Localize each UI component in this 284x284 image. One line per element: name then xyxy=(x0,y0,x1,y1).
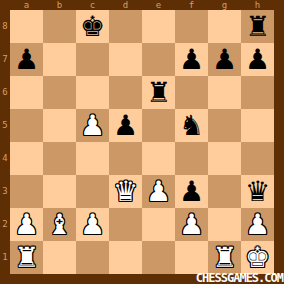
square-d3[interactable]: ♛ xyxy=(109,175,142,208)
square-h2[interactable]: ♟ xyxy=(241,208,274,241)
square-h1[interactable]: ♚ xyxy=(241,241,274,274)
square-e1[interactable] xyxy=(142,241,175,274)
square-a3[interactable] xyxy=(10,175,43,208)
square-d5[interactable]: ♟ xyxy=(109,109,142,142)
black-pawn: ♟ xyxy=(245,43,270,76)
square-h4[interactable] xyxy=(241,142,274,175)
white-bishop: ♝ xyxy=(47,208,72,241)
white-king: ♚ xyxy=(245,241,270,274)
square-c8[interactable]: ♚ xyxy=(76,10,109,43)
black-rook: ♜ xyxy=(146,76,171,109)
square-c2[interactable]: ♟ xyxy=(76,208,109,241)
square-b2[interactable]: ♝ xyxy=(43,208,76,241)
rank-label-5: 5 xyxy=(0,109,10,142)
watermark: CHESSGAMES.COM xyxy=(196,273,283,284)
square-b8[interactable] xyxy=(43,10,76,43)
white-rook: ♜ xyxy=(14,241,39,274)
black-queen: ♛ xyxy=(245,175,270,208)
rank-label-7: 7 xyxy=(0,43,10,76)
square-f4[interactable] xyxy=(175,142,208,175)
rank-label-4: 4 xyxy=(0,142,10,175)
square-b4[interactable] xyxy=(43,142,76,175)
square-f3[interactable]: ♟ xyxy=(175,175,208,208)
square-d1[interactable] xyxy=(109,241,142,274)
black-pawn: ♟ xyxy=(212,43,237,76)
square-g4[interactable] xyxy=(208,142,241,175)
square-h6[interactable] xyxy=(241,76,274,109)
black-king: ♚ xyxy=(80,10,105,43)
square-d7[interactable] xyxy=(109,43,142,76)
rank-label-6: 6 xyxy=(0,76,10,109)
square-g6[interactable] xyxy=(208,76,241,109)
square-d8[interactable] xyxy=(109,10,142,43)
white-pawn: ♟ xyxy=(146,175,171,208)
white-pawn: ♟ xyxy=(80,208,105,241)
black-pawn: ♟ xyxy=(113,109,138,142)
square-f1[interactable] xyxy=(175,241,208,274)
square-a7[interactable]: ♟ xyxy=(10,43,43,76)
square-g3[interactable] xyxy=(208,175,241,208)
black-pawn: ♟ xyxy=(179,175,204,208)
rank-label-2: 2 xyxy=(0,208,10,241)
square-g1[interactable]: ♜ xyxy=(208,241,241,274)
rank-label-3: 3 xyxy=(0,175,10,208)
square-c6[interactable] xyxy=(76,76,109,109)
black-knight: ♞ xyxy=(179,109,204,142)
white-pawn: ♟ xyxy=(245,208,270,241)
square-c5[interactable]: ♟ xyxy=(76,109,109,142)
square-f5[interactable]: ♞ xyxy=(175,109,208,142)
square-e3[interactable]: ♟ xyxy=(142,175,175,208)
square-d6[interactable] xyxy=(109,76,142,109)
rank-label-1: 1 xyxy=(0,241,10,274)
square-b6[interactable] xyxy=(43,76,76,109)
white-queen: ♛ xyxy=(113,175,138,208)
black-pawn: ♟ xyxy=(179,43,204,76)
square-h5[interactable] xyxy=(241,109,274,142)
square-h3[interactable]: ♛ xyxy=(241,175,274,208)
square-e5[interactable] xyxy=(142,109,175,142)
square-f8[interactable] xyxy=(175,10,208,43)
chess-diagram: abcdefgh 87654321 ♚♜♟♟♟♟♜♟♟♞♛♟♟♛♟♝♟♟♟♜♜♚… xyxy=(0,0,284,284)
square-h8[interactable]: ♜ xyxy=(241,10,274,43)
square-h7[interactable]: ♟ xyxy=(241,43,274,76)
square-b5[interactable] xyxy=(43,109,76,142)
square-b1[interactable] xyxy=(43,241,76,274)
square-f2[interactable]: ♟ xyxy=(175,208,208,241)
rank-labels: 87654321 xyxy=(0,10,10,274)
white-pawn: ♟ xyxy=(80,109,105,142)
chessboard: ♚♜♟♟♟♟♜♟♟♞♛♟♟♛♟♝♟♟♟♜♜♚ xyxy=(10,10,274,274)
square-c3[interactable] xyxy=(76,175,109,208)
square-g5[interactable] xyxy=(208,109,241,142)
square-g2[interactable] xyxy=(208,208,241,241)
square-a2[interactable]: ♟ xyxy=(10,208,43,241)
square-d4[interactable] xyxy=(109,142,142,175)
white-rook: ♜ xyxy=(212,241,237,274)
square-e6[interactable]: ♜ xyxy=(142,76,175,109)
square-f6[interactable] xyxy=(175,76,208,109)
square-a5[interactable] xyxy=(10,109,43,142)
square-e2[interactable] xyxy=(142,208,175,241)
square-g7[interactable]: ♟ xyxy=(208,43,241,76)
square-a8[interactable] xyxy=(10,10,43,43)
square-a6[interactable] xyxy=(10,76,43,109)
square-e4[interactable] xyxy=(142,142,175,175)
square-g8[interactable] xyxy=(208,10,241,43)
white-pawn: ♟ xyxy=(14,208,39,241)
rank-label-8: 8 xyxy=(0,10,10,43)
square-d2[interactable] xyxy=(109,208,142,241)
square-c1[interactable] xyxy=(76,241,109,274)
square-a1[interactable]: ♜ xyxy=(10,241,43,274)
square-b3[interactable] xyxy=(43,175,76,208)
square-e7[interactable] xyxy=(142,43,175,76)
black-pawn: ♟ xyxy=(14,43,39,76)
black-rook: ♜ xyxy=(245,10,270,43)
white-pawn: ♟ xyxy=(179,208,204,241)
square-c4[interactable] xyxy=(76,142,109,175)
square-a4[interactable] xyxy=(10,142,43,175)
square-e8[interactable] xyxy=(142,10,175,43)
square-b7[interactable] xyxy=(43,43,76,76)
file-labels: abcdefgh xyxy=(10,0,274,10)
square-f7[interactable]: ♟ xyxy=(175,43,208,76)
square-c7[interactable] xyxy=(76,43,109,76)
